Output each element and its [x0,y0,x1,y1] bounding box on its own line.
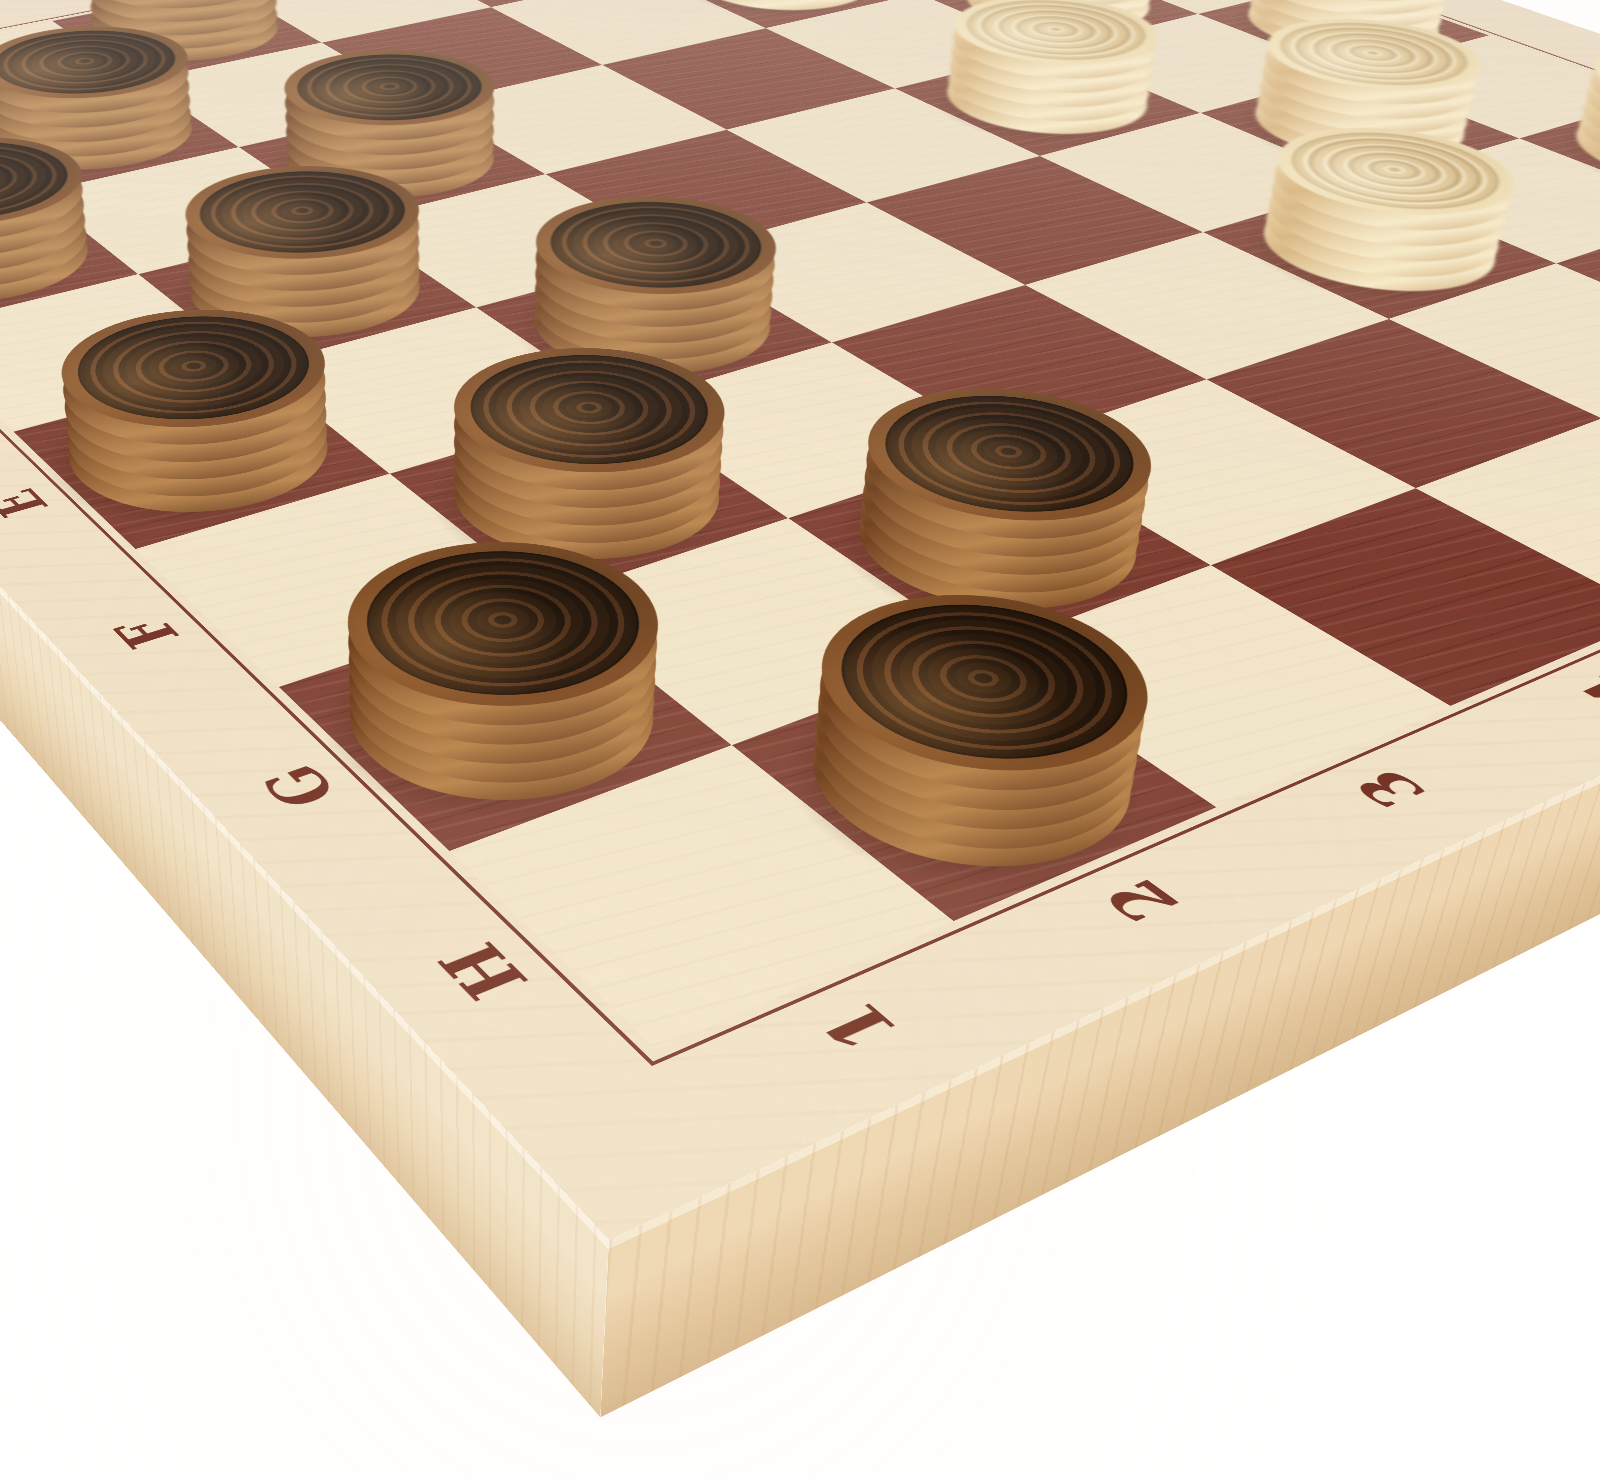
photo-frame: ABCDEFGH12345678 [0,0,1600,1479]
board-scene: ABCDEFGH12345678 [0,0,1600,1479]
checkers-board: ABCDEFGH12345678 [0,0,1600,1240]
